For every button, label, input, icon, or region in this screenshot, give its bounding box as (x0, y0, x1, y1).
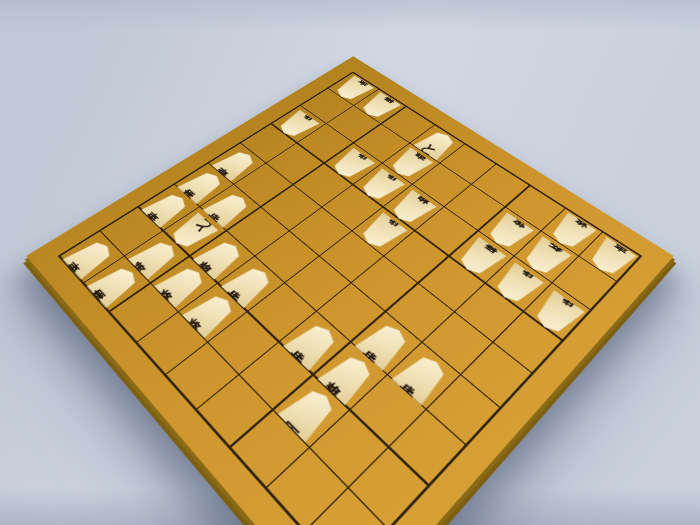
shogi-piece-6a[interactable]: と (413, 128, 460, 161)
gote-pawn-glyph: 歩兵 (292, 121, 302, 128)
shogi-piece-8f[interactable]: 歩兵 (202, 189, 253, 228)
sente-rook-glyph: 飛車 (230, 160, 240, 168)
shogi-board[interactable]: 香車桂馬と金将香車飛車玉将角行歩兵歩兵歩兵銀将桂馬歩兵歩兵歩兵飛車桂馬歩兵歩兵歩… (26, 56, 674, 525)
gote-pawn-glyph: 歩兵 (510, 279, 524, 290)
sente-horse-glyph: 馬 (300, 403, 318, 421)
gote-pawn-glyph: 歩兵 (346, 160, 357, 168)
gote-pawn-glyph: 歩兵 (375, 181, 387, 190)
sente-knight-glyph: 桂馬 (109, 279, 120, 290)
shogi-piece-5c[interactable]: 銀将 (387, 189, 438, 228)
shogi-piece-2a[interactable]: 金将 (545, 212, 597, 253)
shogi-piece-9c[interactable]: 歩兵 (274, 110, 320, 141)
shogi-piece-9e[interactable]: 飛車 (211, 147, 260, 182)
gote-lance-glyph: 香車 (603, 253, 618, 263)
board-wrapper: 香車桂馬と金将香車飛車玉将角行歩兵歩兵歩兵銀将桂馬歩兵歩兵歩兵飛車桂馬歩兵歩兵歩… (0, 0, 700, 525)
sente-pawn-glyph: 歩兵 (243, 279, 255, 290)
shogi-piece-6b[interactable]: 飛車 (385, 147, 433, 182)
gote-bishop-glyph: 角行 (538, 253, 552, 263)
shogi-piece-9f[interactable]: 桂馬 (177, 168, 227, 205)
shogi-piece-6c[interactable]: 歩兵 (356, 168, 406, 205)
gote-lance-glyph: 香車 (348, 86, 358, 93)
gote-silver-glyph: 銀将 (406, 204, 418, 213)
shogi-piece-8g[interactable]: と (166, 212, 219, 253)
gote-knight-glyph: 桂馬 (374, 103, 385, 110)
sente-silver-glyph: 銀将 (214, 253, 226, 263)
gote-pawn-glyph: 歩兵 (376, 227, 389, 237)
sente-pawn-glyph: 歩兵 (223, 204, 234, 213)
sente-gold-glyph: 金将 (176, 279, 188, 290)
sente-tokin-glyph: と (423, 135, 450, 154)
shogi-piece-8a[interactable]: 桂馬 (357, 92, 402, 122)
shogi-piece-9g[interactable]: 香車 (141, 189, 192, 228)
gote-gold-glyph: 金将 (564, 227, 578, 237)
gote-knight-glyph: 桂馬 (473, 253, 487, 263)
shogi-piece-7c[interactable]: 歩兵 (327, 147, 375, 182)
shogi-piece-9a[interactable]: 香車 (331, 75, 375, 103)
sente-lance-glyph: 香車 (162, 204, 173, 213)
shogi-piece-5d[interactable]: 歩兵 (356, 212, 408, 253)
shogi-photo-scene: 香車桂馬と金将香車飛車玉将角行歩兵歩兵歩兵銀将桂馬歩兵歩兵歩兵飛車桂馬歩兵歩兵歩… (0, 0, 700, 525)
sente-lance-glyph: 香車 (85, 253, 96, 263)
sente-silver-glyph: 銀将 (341, 370, 355, 383)
gote-king-glyph: 玉将 (501, 227, 514, 237)
sente-knight-glyph: 桂馬 (197, 181, 208, 190)
sente-gold-glyph: 金将 (204, 308, 216, 320)
sente-king-glyph: 王将 (149, 253, 160, 263)
gote-pawn-glyph: 歩兵 (549, 308, 564, 320)
gote-tokin-glyph: と (177, 221, 208, 245)
sente-pawn-glyph: 歩兵 (306, 338, 320, 350)
gote-rook-glyph: 飛車 (404, 160, 416, 168)
sente-pawn-glyph: 歩兵 (415, 370, 430, 383)
shogi-piece-3b[interactable]: 玉将 (482, 212, 534, 253)
sente-pawn-glyph: 歩兵 (377, 338, 391, 350)
